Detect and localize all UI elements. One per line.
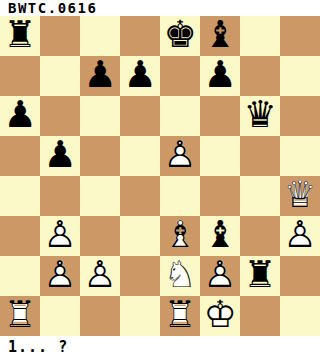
piece-outline: ♕ xyxy=(280,174,320,214)
square-e1[interactable]: ♜♖ xyxy=(160,296,200,336)
square-a4[interactable] xyxy=(0,176,40,216)
square-a7[interactable] xyxy=(0,56,40,96)
square-d8[interactable] xyxy=(120,16,160,56)
square-f2[interactable]: ♟♙ xyxy=(200,256,240,296)
piece-white-rook[interactable]: ♜♖ xyxy=(160,296,200,336)
square-b2[interactable]: ♟♙ xyxy=(40,256,80,296)
piece-white-bishop[interactable]: ♝♗ xyxy=(160,216,200,256)
piece-white-queen[interactable]: ♛♕ xyxy=(280,176,320,216)
square-c8[interactable] xyxy=(80,16,120,56)
piece-outline: ♗ xyxy=(160,214,200,254)
square-g5[interactable] xyxy=(240,136,280,176)
piece-white-knight[interactable]: ♞♘ xyxy=(160,256,200,296)
square-d5[interactable] xyxy=(120,136,160,176)
square-f5[interactable] xyxy=(200,136,240,176)
square-b1[interactable] xyxy=(40,296,80,336)
square-g3[interactable] xyxy=(240,216,280,256)
square-c5[interactable] xyxy=(80,136,120,176)
square-b6[interactable] xyxy=(40,96,80,136)
square-c3[interactable] xyxy=(80,216,120,256)
square-f8[interactable]: ♝ xyxy=(200,16,240,56)
piece-black-pawn[interactable]: ♟ xyxy=(80,56,120,96)
square-e3[interactable]: ♝♗ xyxy=(160,216,200,256)
piece-white-pawn[interactable]: ♟♙ xyxy=(160,136,200,176)
square-a5[interactable] xyxy=(0,136,40,176)
chess-board: ♜♚♝♟♟♟♟♛♟♟♙♛♕♟♙♝♗♝♟♙♟♙♟♙♞♘♟♙♜♜♖♜♖♚♔ xyxy=(0,16,320,336)
piece-outline: ♙ xyxy=(280,214,320,254)
square-h7[interactable] xyxy=(280,56,320,96)
square-a2[interactable] xyxy=(0,256,40,296)
piece-fill: ♟ xyxy=(40,134,80,174)
piece-fill: ♟ xyxy=(80,54,120,94)
square-e8[interactable]: ♚ xyxy=(160,16,200,56)
square-g4[interactable] xyxy=(240,176,280,216)
square-g2[interactable]: ♜ xyxy=(240,256,280,296)
square-c1[interactable] xyxy=(80,296,120,336)
square-f7[interactable]: ♟ xyxy=(200,56,240,96)
square-g6[interactable]: ♛ xyxy=(240,96,280,136)
piece-outline: ♙ xyxy=(160,134,200,174)
piece-white-pawn[interactable]: ♟♙ xyxy=(40,256,80,296)
piece-black-bishop[interactable]: ♝ xyxy=(200,16,240,56)
piece-outline: ♙ xyxy=(40,254,80,294)
square-h3[interactable]: ♟♙ xyxy=(280,216,320,256)
square-c6[interactable] xyxy=(80,96,120,136)
piece-fill: ♟ xyxy=(0,94,40,134)
piece-fill: ♜ xyxy=(240,254,280,294)
piece-black-rook[interactable]: ♜ xyxy=(0,16,40,56)
square-d3[interactable] xyxy=(120,216,160,256)
square-c4[interactable] xyxy=(80,176,120,216)
piece-outline: ♙ xyxy=(200,254,240,294)
move-prompt: 1... ? xyxy=(0,336,320,360)
square-e6[interactable] xyxy=(160,96,200,136)
piece-fill: ♝ xyxy=(200,214,240,254)
piece-black-pawn[interactable]: ♟ xyxy=(40,136,80,176)
square-d2[interactable] xyxy=(120,256,160,296)
piece-outline: ♙ xyxy=(80,254,120,294)
piece-outline: ♘ xyxy=(160,254,200,294)
square-a8[interactable]: ♜ xyxy=(0,16,40,56)
square-h1[interactable] xyxy=(280,296,320,336)
square-b7[interactable] xyxy=(40,56,80,96)
square-e7[interactable] xyxy=(160,56,200,96)
square-h2[interactable] xyxy=(280,256,320,296)
square-a3[interactable] xyxy=(0,216,40,256)
piece-black-rook[interactable]: ♜ xyxy=(240,256,280,296)
square-a1[interactable]: ♜♖ xyxy=(0,296,40,336)
square-g7[interactable] xyxy=(240,56,280,96)
square-g1[interactable] xyxy=(240,296,280,336)
square-b5[interactable]: ♟ xyxy=(40,136,80,176)
piece-black-pawn[interactable]: ♟ xyxy=(120,56,160,96)
square-a6[interactable]: ♟ xyxy=(0,96,40,136)
square-h4[interactable]: ♛♕ xyxy=(280,176,320,216)
square-d4[interactable] xyxy=(120,176,160,216)
piece-black-pawn[interactable]: ♟ xyxy=(200,56,240,96)
piece-fill: ♟ xyxy=(200,54,240,94)
piece-black-pawn[interactable]: ♟ xyxy=(0,96,40,136)
piece-outline: ♔ xyxy=(200,294,240,334)
piece-black-queen[interactable]: ♛ xyxy=(240,96,280,136)
square-f1[interactable]: ♚♔ xyxy=(200,296,240,336)
piece-outline: ♖ xyxy=(0,294,40,334)
piece-white-pawn[interactable]: ♟♙ xyxy=(280,216,320,256)
square-f4[interactable] xyxy=(200,176,240,216)
square-e2[interactable]: ♞♘ xyxy=(160,256,200,296)
piece-fill: ♛ xyxy=(240,94,280,134)
square-f6[interactable] xyxy=(200,96,240,136)
square-b3[interactable]: ♟♙ xyxy=(40,216,80,256)
square-h8[interactable] xyxy=(280,16,320,56)
piece-fill: ♟ xyxy=(120,54,160,94)
square-d1[interactable] xyxy=(120,296,160,336)
piece-black-king[interactable]: ♚ xyxy=(160,16,200,56)
piece-outline: ♙ xyxy=(40,214,80,254)
square-c7[interactable]: ♟ xyxy=(80,56,120,96)
piece-white-king[interactable]: ♚♔ xyxy=(200,296,240,336)
square-b8[interactable] xyxy=(40,16,80,56)
square-h6[interactable] xyxy=(280,96,320,136)
square-d6[interactable] xyxy=(120,96,160,136)
piece-white-pawn[interactable]: ♟♙ xyxy=(200,256,240,296)
piece-white-pawn[interactable]: ♟♙ xyxy=(80,256,120,296)
piece-outline: ♖ xyxy=(160,294,200,334)
square-e4[interactable] xyxy=(160,176,200,216)
square-g8[interactable] xyxy=(240,16,280,56)
square-d7[interactable]: ♟ xyxy=(120,56,160,96)
square-h5[interactable] xyxy=(280,136,320,176)
square-c2[interactable]: ♟♙ xyxy=(80,256,120,296)
piece-fill: ♜ xyxy=(0,14,40,54)
piece-white-pawn[interactable]: ♟♙ xyxy=(40,216,80,256)
piece-fill: ♝ xyxy=(200,14,240,54)
square-b4[interactable] xyxy=(40,176,80,216)
square-f3[interactable]: ♝ xyxy=(200,216,240,256)
piece-white-rook[interactable]: ♜♖ xyxy=(0,296,40,336)
square-e5[interactable]: ♟♙ xyxy=(160,136,200,176)
piece-black-bishop[interactable]: ♝ xyxy=(200,216,240,256)
piece-fill: ♚ xyxy=(160,14,200,54)
